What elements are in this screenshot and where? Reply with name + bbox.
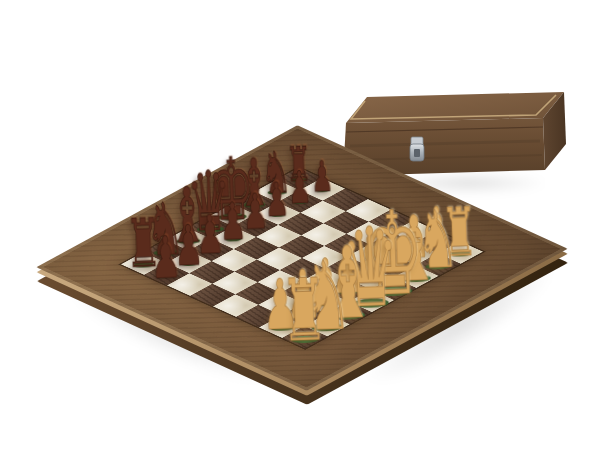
chess-board bbox=[36, 125, 567, 391]
playing-area bbox=[121, 168, 483, 349]
product-photo-stage: ♜♞♝♛♚♝♞♜♟♟♟♟♟♟♟♟♟♟♟♟♟♟♟♟♜♞♝♛♚♝♞♜ bbox=[0, 0, 600, 450]
board-scene: ♜♞♝♛♚♝♞♜♟♟♟♟♟♟♟♟♟♟♟♟♟♟♟♟♜♞♝♛♚♝♞♜ bbox=[0, 0, 600, 450]
